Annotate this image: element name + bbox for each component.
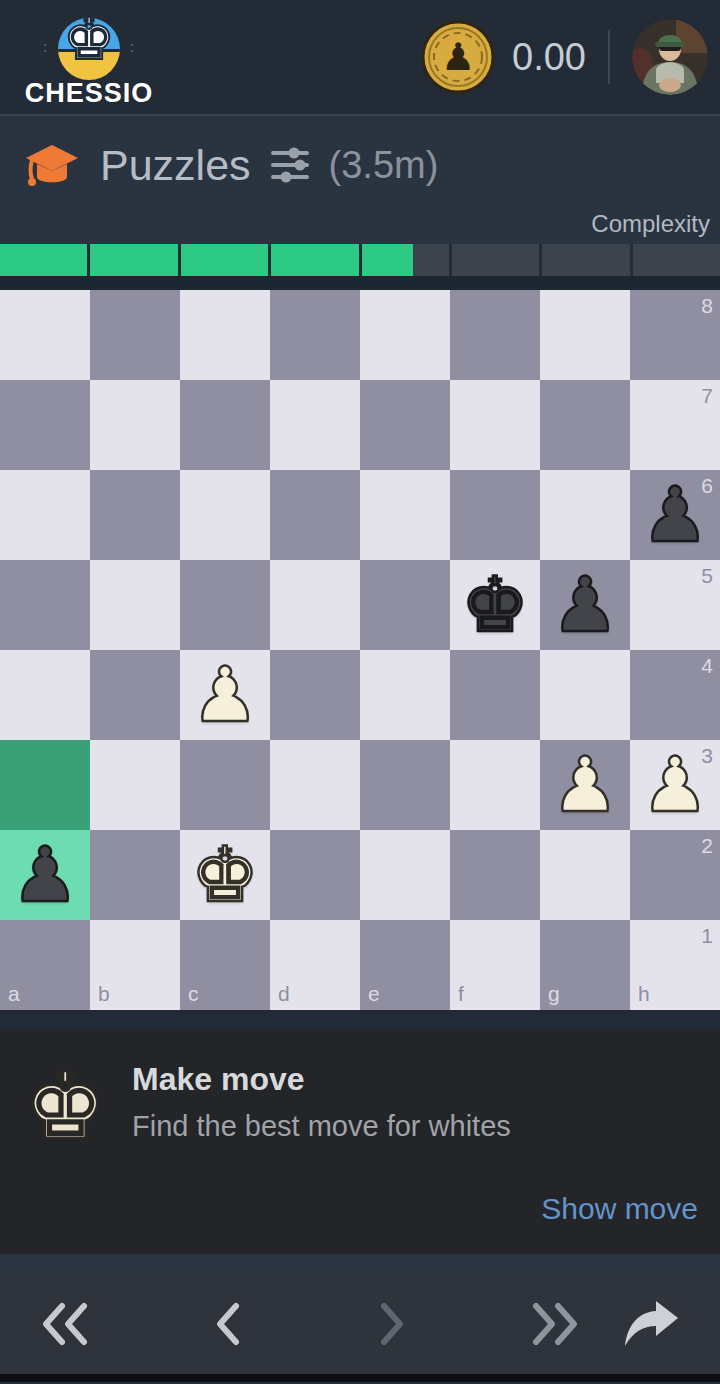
file-label-b: b [98,982,110,1006]
piece-black-pawn: ♟ [0,830,90,920]
logo-dots-left: : [43,42,48,51]
rank-label-4: 4 [701,654,713,678]
square-f5[interactable]: ♚ [450,560,540,650]
share-arrow-icon[interactable] [622,1299,680,1349]
square-h8[interactable]: 8 [630,290,720,380]
square-c2[interactable]: ♚ [180,830,270,920]
move-panel-title: Make move [132,1061,700,1098]
square-f4[interactable] [450,650,540,740]
square-h2[interactable]: 2 [630,830,720,920]
piece-white-pawn: ♟ [540,740,630,830]
prev-move-button[interactable] [212,1300,242,1348]
file-label-a: a [8,982,20,1006]
square-f6[interactable] [450,470,540,560]
square-h7[interactable]: 7 [630,380,720,470]
progress-segment-5 [362,244,449,276]
square-c8[interactable] [180,290,270,380]
square-c5[interactable] [180,560,270,650]
square-e2[interactable] [360,830,450,920]
square-a6[interactable] [0,470,90,560]
move-panel-subtitle: Find the best move for whites [132,1110,700,1143]
square-b4[interactable] [90,650,180,740]
user-avatar[interactable] [632,19,708,95]
coin-icon[interactable]: ♟ [420,19,496,95]
square-h5[interactable]: 5 [630,560,720,650]
square-h6[interactable]: 6♟ [630,470,720,560]
piece-black-pawn: ♟ [540,560,630,650]
graduation-cap-icon [24,137,80,193]
square-d7[interactable] [270,380,360,470]
square-c1[interactable]: c [180,920,270,1010]
file-label-e: e [368,982,380,1006]
avatar-photo [632,19,708,95]
rank-label-1: 1 [701,924,713,948]
file-label-g: g [548,982,560,1006]
progress-segment-2 [90,244,177,276]
piece-black-pawn: ♟ [630,470,720,560]
square-f7[interactable] [450,380,540,470]
chessio-logo-icon: : : ♚ [41,6,137,80]
square-b3[interactable] [90,740,180,830]
square-d8[interactable] [270,290,360,380]
square-e6[interactable] [360,470,450,560]
square-a3[interactable] [0,740,90,830]
puzzles-header: Puzzles (3.5m) Complexity [0,116,720,244]
chess-piece-icon: ♚ [63,2,115,76]
square-f8[interactable] [450,290,540,380]
header-divider [608,30,610,84]
rank-label-8: 8 [701,294,713,318]
svg-text:♟: ♟ [441,35,475,79]
progress-segment-4 [271,244,358,276]
filter-sliders-icon[interactable] [267,142,313,188]
square-c3[interactable] [180,740,270,830]
bottom-edge [0,1374,720,1382]
square-b7[interactable] [90,380,180,470]
square-b6[interactable] [90,470,180,560]
spacer [0,1254,720,1274]
square-g2[interactable] [540,830,630,920]
square-e5[interactable] [360,560,450,650]
square-g1[interactable]: g [540,920,630,1010]
square-h1[interactable]: 1h [630,920,720,1010]
move-navigation-bar [0,1274,720,1374]
square-c7[interactable] [180,380,270,470]
square-e3[interactable] [360,740,450,830]
square-b5[interactable] [90,560,180,650]
app-name: CHESSIO [25,78,154,109]
square-e4[interactable] [360,650,450,740]
app-logo[interactable]: : : ♚ CHESSIO [24,6,154,109]
rank-label-2: 2 [701,834,713,858]
rank-label-3: 3 [701,744,713,768]
square-a7[interactable] [0,380,90,470]
square-h3[interactable]: 3♟ [630,740,720,830]
square-g4[interactable] [540,650,630,740]
piece-white-pawn: ♟ [180,650,270,740]
square-c4[interactable]: ♟ [180,650,270,740]
square-h4[interactable]: 4 [630,650,720,740]
progress-segment-8 [633,244,720,276]
top-bar: : : ♚ CHESSIO ♟ 0.00 [0,0,720,116]
complexity-progress-bar [0,244,720,276]
square-a2[interactable]: ♟ [0,830,90,920]
square-d3[interactable] [270,740,360,830]
move-panel: ♚ Make move Find the best move for white… [0,1029,720,1254]
square-g6[interactable] [540,470,630,560]
logo-dots-right: : [130,42,135,51]
square-g7[interactable] [540,380,630,470]
first-move-button[interactable] [40,1300,92,1348]
piece-black-king: ♚ [450,560,540,650]
chess-board: 876♟♚♟5♟4♟3♟♟♚2abcdefg1h [0,290,720,1010]
rank-label-7: 7 [701,384,713,408]
square-f2[interactable] [450,830,540,920]
square-b2[interactable] [90,830,180,920]
puzzles-title: Puzzles [100,141,251,190]
puzzles-count: (3.5m) [329,144,439,187]
square-d2[interactable] [270,830,360,920]
progress-segment-3 [181,244,268,276]
square-g5[interactable]: ♟ [540,560,630,650]
square-d5[interactable] [270,560,360,650]
file-label-h: h [638,982,650,1006]
square-f3[interactable] [450,740,540,830]
square-g8[interactable] [540,290,630,380]
file-label-d: d [278,982,290,1006]
show-move-link[interactable]: Show move [541,1192,698,1226]
next-move-button[interactable] [378,1300,408,1348]
spacer [0,276,720,290]
progress-segment-6 [452,244,539,276]
coin-balance: 0.00 [512,36,586,79]
rank-label-6: 6 [701,474,713,498]
square-a5[interactable] [0,560,90,650]
square-d6[interactable] [270,470,360,560]
progress-segment-7 [542,244,629,276]
complexity-label: Complexity [591,210,710,238]
square-a4[interactable] [0,650,90,740]
square-d4[interactable] [270,650,360,740]
square-b1[interactable]: b [90,920,180,1010]
square-d1[interactable]: d [270,920,360,1010]
square-e1[interactable]: e [360,920,450,1010]
square-e7[interactable] [360,380,450,470]
last-move-button[interactable] [528,1300,580,1348]
piece-white-king: ♚ [180,830,270,920]
progress-segment-1 [0,244,87,276]
white-king-icon: ♚ [24,1057,106,1157]
piece-white-pawn: ♟ [630,740,720,830]
square-b8[interactable] [90,290,180,380]
square-a8[interactable] [0,290,90,380]
spacer [0,1010,720,1029]
file-label-f: f [458,982,464,1006]
square-c6[interactable] [180,470,270,560]
square-a1[interactable]: a [0,920,90,1010]
square-e8[interactable] [360,290,450,380]
square-f1[interactable]: f [450,920,540,1010]
rank-label-5: 5 [701,564,713,588]
file-label-c: c [188,982,199,1006]
square-g3[interactable]: ♟ [540,740,630,830]
